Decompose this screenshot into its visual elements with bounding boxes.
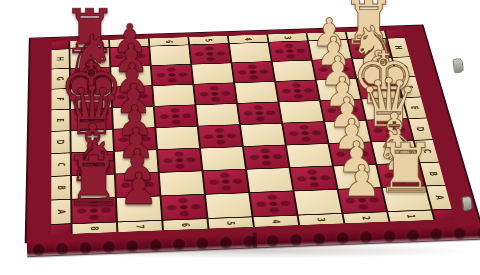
pieces-layer: ♜♟♟♜♞♟♟♞♝♟♟♝♚♟♟♚♛♟♟♛♝♟♟♝♞♟♟♞♜♟♟♜ <box>24 14 456 262</box>
scene: 87654321HHGGFFEEDDCCBBAA87654321 ♜♟♟♜♞♟♟… <box>24 14 456 262</box>
rook-glyph: ♜ <box>375 136 436 204</box>
rook-glyph: ♜ <box>63 147 125 216</box>
piece-red-pawn-a7[interactable]: ♟ <box>119 167 158 211</box>
pawn-glyph: ♟ <box>119 167 158 211</box>
piece-red-rook-a8[interactable]: ♜ <box>63 147 125 216</box>
chess-set-photo: 87654321HHGGFFEEDDCCBBAA87654321 ♜♟♟♜♞♟♟… <box>24 14 456 262</box>
piece-wood-rook-a1[interactable]: ♜ <box>375 136 436 204</box>
metal-clasp-bottom <box>461 196 473 211</box>
